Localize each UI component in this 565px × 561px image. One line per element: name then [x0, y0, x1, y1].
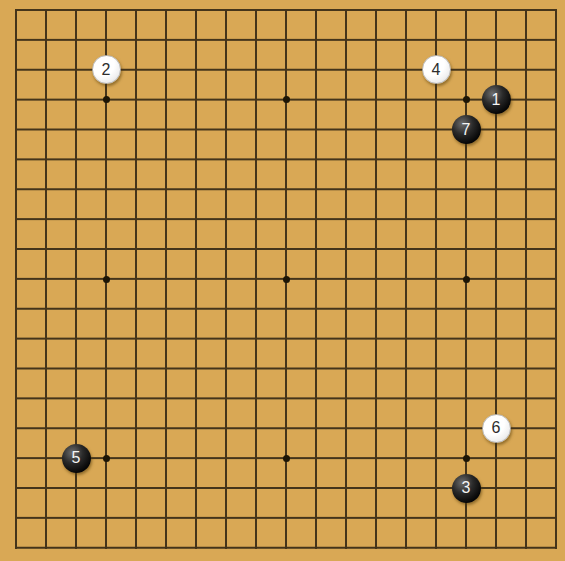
intersection[interactable] — [181, 25, 211, 55]
intersection[interactable] — [1, 264, 31, 294]
intersection[interactable] — [301, 443, 331, 473]
intersection[interactable] — [31, 413, 61, 443]
intersection[interactable] — [1, 324, 31, 354]
intersection[interactable] — [511, 383, 541, 413]
intersection[interactable] — [241, 383, 271, 413]
intersection[interactable] — [421, 115, 451, 145]
intersection[interactable] — [271, 473, 301, 503]
intersection[interactable] — [331, 234, 361, 264]
intersection[interactable] — [121, 25, 151, 55]
intersection[interactable] — [241, 144, 271, 174]
intersection[interactable] — [211, 324, 241, 354]
intersection[interactable] — [301, 324, 331, 354]
intersection[interactable] — [211, 383, 241, 413]
intersection[interactable] — [301, 294, 331, 324]
intersection[interactable] — [391, 503, 421, 533]
intersection[interactable] — [241, 85, 271, 115]
intersection[interactable] — [211, 0, 241, 25]
intersection[interactable] — [421, 174, 451, 204]
intersection[interactable] — [391, 264, 421, 294]
intersection[interactable] — [91, 413, 121, 443]
intersection[interactable] — [151, 55, 181, 85]
intersection[interactable] — [361, 0, 391, 25]
intersection[interactable] — [451, 234, 481, 264]
intersection[interactable] — [301, 503, 331, 533]
intersection[interactable] — [241, 234, 271, 264]
intersection[interactable] — [481, 144, 511, 174]
intersection[interactable] — [121, 85, 151, 115]
intersection[interactable] — [361, 25, 391, 55]
intersection[interactable] — [481, 234, 511, 264]
intersection[interactable]: 2 — [91, 55, 121, 85]
intersection[interactable] — [241, 503, 271, 533]
intersection[interactable] — [541, 383, 565, 413]
intersection[interactable] — [271, 413, 301, 443]
intersection[interactable] — [391, 174, 421, 204]
intersection[interactable] — [31, 0, 61, 25]
intersection[interactable] — [271, 354, 301, 384]
intersection[interactable] — [361, 264, 391, 294]
intersection[interactable] — [361, 503, 391, 533]
intersection[interactable] — [391, 85, 421, 115]
intersection[interactable] — [361, 115, 391, 145]
intersection[interactable] — [151, 85, 181, 115]
intersection[interactable] — [301, 0, 331, 25]
intersection[interactable] — [361, 324, 391, 354]
intersection[interactable] — [541, 503, 565, 533]
intersection[interactable] — [361, 473, 391, 503]
intersection[interactable] — [151, 324, 181, 354]
intersection[interactable]: 1 — [481, 85, 511, 115]
intersection[interactable] — [511, 144, 541, 174]
intersection[interactable] — [481, 473, 511, 503]
intersection[interactable] — [511, 25, 541, 55]
intersection[interactable] — [61, 533, 91, 561]
intersection[interactable] — [481, 294, 511, 324]
intersection[interactable] — [91, 264, 121, 294]
intersection[interactable] — [61, 25, 91, 55]
intersection[interactable] — [151, 413, 181, 443]
intersection[interactable] — [391, 234, 421, 264]
intersection[interactable] — [181, 503, 211, 533]
intersection[interactable] — [151, 234, 181, 264]
intersection[interactable] — [301, 264, 331, 294]
intersection[interactable] — [301, 174, 331, 204]
intersection[interactable] — [151, 354, 181, 384]
intersection[interactable] — [91, 443, 121, 473]
intersection[interactable] — [271, 85, 301, 115]
intersection[interactable] — [211, 115, 241, 145]
intersection[interactable] — [31, 294, 61, 324]
intersection[interactable] — [511, 115, 541, 145]
intersection[interactable] — [271, 533, 301, 561]
intersection[interactable] — [121, 0, 151, 25]
intersection[interactable] — [121, 144, 151, 174]
intersection[interactable] — [1, 383, 31, 413]
intersection[interactable] — [511, 85, 541, 115]
intersection[interactable] — [121, 533, 151, 561]
intersection[interactable] — [511, 174, 541, 204]
intersection[interactable] — [91, 174, 121, 204]
intersection[interactable] — [181, 413, 211, 443]
intersection[interactable] — [241, 443, 271, 473]
intersection[interactable] — [481, 174, 511, 204]
intersection[interactable] — [211, 25, 241, 55]
intersection[interactable] — [241, 0, 271, 25]
intersection[interactable] — [271, 234, 301, 264]
intersection[interactable] — [421, 533, 451, 561]
intersection[interactable] — [361, 443, 391, 473]
intersection[interactable] — [331, 174, 361, 204]
intersection[interactable] — [241, 294, 271, 324]
intersection[interactable] — [391, 443, 421, 473]
intersection[interactable] — [541, 204, 565, 234]
intersection[interactable] — [331, 25, 361, 55]
intersection[interactable] — [1, 503, 31, 533]
intersection[interactable] — [331, 264, 361, 294]
intersection[interactable] — [241, 174, 271, 204]
intersection[interactable] — [271, 0, 301, 25]
intersection[interactable] — [121, 383, 151, 413]
intersection[interactable] — [301, 115, 331, 145]
intersection[interactable] — [31, 234, 61, 264]
intersection[interactable] — [541, 473, 565, 503]
intersection[interactable] — [241, 264, 271, 294]
intersection[interactable] — [61, 85, 91, 115]
intersection[interactable] — [31, 174, 61, 204]
intersection[interactable] — [451, 174, 481, 204]
intersection[interactable] — [451, 25, 481, 55]
intersection[interactable] — [301, 533, 331, 561]
intersection[interactable] — [331, 503, 361, 533]
intersection[interactable] — [331, 443, 361, 473]
intersection[interactable] — [331, 115, 361, 145]
intersection[interactable] — [361, 234, 391, 264]
intersection[interactable] — [331, 55, 361, 85]
intersection[interactable] — [271, 383, 301, 413]
intersection[interactable] — [391, 55, 421, 85]
intersection[interactable] — [31, 324, 61, 354]
intersection[interactable] — [421, 413, 451, 443]
intersection[interactable] — [541, 85, 565, 115]
intersection[interactable] — [91, 25, 121, 55]
intersection[interactable] — [271, 443, 301, 473]
intersection[interactable] — [451, 204, 481, 234]
intersection[interactable] — [511, 324, 541, 354]
intersection[interactable] — [1, 234, 31, 264]
intersection[interactable] — [271, 204, 301, 234]
intersection[interactable] — [511, 473, 541, 503]
intersection[interactable] — [361, 55, 391, 85]
intersection[interactable] — [91, 115, 121, 145]
intersection[interactable] — [271, 264, 301, 294]
intersection[interactable] — [301, 354, 331, 384]
intersection[interactable] — [241, 413, 271, 443]
intersection[interactable] — [421, 503, 451, 533]
intersection[interactable] — [151, 115, 181, 145]
intersection[interactable]: 4 — [421, 55, 451, 85]
intersection[interactable] — [511, 264, 541, 294]
intersection[interactable] — [301, 204, 331, 234]
intersection[interactable] — [211, 443, 241, 473]
intersection[interactable] — [241, 55, 271, 85]
intersection[interactable] — [211, 294, 241, 324]
intersection[interactable] — [271, 294, 301, 324]
intersection[interactable] — [541, 25, 565, 55]
intersection[interactable] — [391, 115, 421, 145]
intersection[interactable] — [361, 294, 391, 324]
intersection[interactable] — [181, 294, 211, 324]
intersection[interactable] — [1, 413, 31, 443]
intersection[interactable] — [391, 354, 421, 384]
intersection[interactable] — [31, 85, 61, 115]
intersection[interactable] — [511, 204, 541, 234]
intersection[interactable] — [331, 354, 361, 384]
intersection[interactable] — [391, 473, 421, 503]
intersection[interactable] — [211, 533, 241, 561]
intersection[interactable] — [421, 473, 451, 503]
intersection[interactable] — [301, 383, 331, 413]
intersection[interactable] — [541, 294, 565, 324]
intersection[interactable] — [451, 413, 481, 443]
intersection[interactable] — [61, 0, 91, 25]
intersection[interactable] — [181, 55, 211, 85]
intersection[interactable] — [301, 413, 331, 443]
intersection[interactable] — [511, 0, 541, 25]
intersection[interactable] — [241, 473, 271, 503]
intersection[interactable] — [121, 174, 151, 204]
intersection[interactable] — [31, 354, 61, 384]
intersection[interactable] — [151, 383, 181, 413]
intersection[interactable] — [151, 25, 181, 55]
intersection[interactable] — [541, 324, 565, 354]
intersection[interactable] — [1, 204, 31, 234]
intersection[interactable] — [421, 324, 451, 354]
intersection[interactable] — [181, 204, 211, 234]
intersection[interactable] — [181, 533, 211, 561]
intersection[interactable] — [91, 354, 121, 384]
intersection[interactable] — [211, 413, 241, 443]
intersection[interactable] — [121, 115, 151, 145]
intersection[interactable] — [481, 115, 511, 145]
intersection[interactable] — [181, 473, 211, 503]
intersection[interactable] — [1, 473, 31, 503]
intersection[interactable] — [451, 264, 481, 294]
intersection[interactable] — [181, 354, 211, 384]
intersection[interactable] — [61, 473, 91, 503]
intersection[interactable] — [451, 324, 481, 354]
intersection[interactable] — [211, 264, 241, 294]
intersection[interactable] — [61, 413, 91, 443]
board-intersections[interactable]: 2417653 — [1, 0, 565, 561]
intersection[interactable] — [361, 144, 391, 174]
intersection[interactable] — [181, 443, 211, 473]
intersection[interactable] — [331, 533, 361, 561]
intersection[interactable] — [1, 443, 31, 473]
intersection[interactable] — [1, 174, 31, 204]
intersection[interactable] — [421, 204, 451, 234]
intersection[interactable] — [511, 533, 541, 561]
intersection[interactable] — [541, 354, 565, 384]
intersection[interactable] — [31, 473, 61, 503]
intersection[interactable] — [451, 443, 481, 473]
intersection[interactable] — [1, 55, 31, 85]
intersection[interactable] — [481, 354, 511, 384]
intersection[interactable] — [241, 324, 271, 354]
intersection[interactable] — [91, 204, 121, 234]
intersection[interactable] — [481, 443, 511, 473]
intersection[interactable] — [271, 503, 301, 533]
intersection[interactable] — [481, 0, 511, 25]
intersection[interactable] — [451, 383, 481, 413]
intersection[interactable] — [271, 25, 301, 55]
intersection[interactable] — [451, 85, 481, 115]
intersection[interactable] — [211, 204, 241, 234]
intersection[interactable] — [271, 174, 301, 204]
intersection[interactable] — [1, 144, 31, 174]
intersection[interactable] — [541, 174, 565, 204]
intersection[interactable] — [151, 0, 181, 25]
intersection[interactable] — [121, 503, 151, 533]
intersection[interactable] — [211, 85, 241, 115]
intersection[interactable] — [241, 533, 271, 561]
intersection[interactable] — [241, 25, 271, 55]
intersection[interactable] — [61, 354, 91, 384]
intersection[interactable] — [391, 204, 421, 234]
intersection[interactable]: 3 — [451, 473, 481, 503]
intersection[interactable] — [31, 204, 61, 234]
intersection[interactable] — [151, 294, 181, 324]
intersection[interactable] — [121, 294, 151, 324]
intersection[interactable] — [1, 25, 31, 55]
intersection[interactable] — [331, 144, 361, 174]
intersection[interactable] — [91, 294, 121, 324]
intersection[interactable] — [241, 115, 271, 145]
intersection[interactable] — [481, 383, 511, 413]
intersection[interactable] — [421, 144, 451, 174]
intersection[interactable]: 7 — [451, 115, 481, 145]
intersection[interactable] — [1, 0, 31, 25]
intersection[interactable] — [211, 144, 241, 174]
intersection[interactable] — [241, 354, 271, 384]
intersection[interactable] — [361, 383, 391, 413]
intersection[interactable] — [151, 473, 181, 503]
intersection[interactable] — [31, 55, 61, 85]
intersection[interactable] — [121, 234, 151, 264]
intersection[interactable] — [31, 144, 61, 174]
intersection[interactable] — [211, 473, 241, 503]
intersection[interactable] — [361, 174, 391, 204]
intersection[interactable] — [481, 55, 511, 85]
intersection[interactable] — [91, 473, 121, 503]
intersection[interactable] — [391, 0, 421, 25]
intersection[interactable] — [181, 115, 211, 145]
intersection[interactable] — [91, 383, 121, 413]
intersection[interactable] — [61, 174, 91, 204]
intersection[interactable] — [181, 0, 211, 25]
intersection[interactable] — [361, 413, 391, 443]
intersection[interactable] — [121, 354, 151, 384]
intersection[interactable] — [541, 0, 565, 25]
intersection[interactable] — [541, 144, 565, 174]
intersection[interactable] — [391, 533, 421, 561]
intersection[interactable] — [181, 144, 211, 174]
intersection[interactable] — [481, 503, 511, 533]
intersection[interactable] — [91, 0, 121, 25]
intersection[interactable] — [181, 264, 211, 294]
intersection[interactable] — [481, 533, 511, 561]
intersection[interactable] — [151, 204, 181, 234]
intersection[interactable] — [151, 503, 181, 533]
intersection[interactable] — [451, 0, 481, 25]
intersection[interactable] — [121, 443, 151, 473]
intersection[interactable] — [421, 354, 451, 384]
intersection[interactable] — [541, 115, 565, 145]
intersection[interactable] — [121, 473, 151, 503]
intersection[interactable] — [181, 174, 211, 204]
intersection[interactable] — [451, 503, 481, 533]
intersection[interactable] — [541, 413, 565, 443]
intersection[interactable] — [361, 354, 391, 384]
intersection[interactable] — [301, 25, 331, 55]
intersection[interactable] — [421, 443, 451, 473]
intersection[interactable] — [181, 234, 211, 264]
intersection[interactable] — [211, 354, 241, 384]
intersection[interactable] — [121, 204, 151, 234]
intersection[interactable] — [91, 503, 121, 533]
intersection[interactable] — [541, 55, 565, 85]
intersection[interactable] — [391, 294, 421, 324]
intersection[interactable] — [271, 55, 301, 85]
intersection[interactable] — [181, 383, 211, 413]
intersection[interactable] — [451, 55, 481, 85]
intersection[interactable]: 5 — [61, 443, 91, 473]
intersection[interactable] — [301, 144, 331, 174]
intersection[interactable] — [31, 264, 61, 294]
intersection[interactable] — [91, 85, 121, 115]
intersection[interactable] — [121, 413, 151, 443]
intersection[interactable] — [121, 324, 151, 354]
intersection[interactable] — [31, 533, 61, 561]
intersection[interactable] — [211, 174, 241, 204]
intersection[interactable] — [541, 234, 565, 264]
intersection[interactable] — [61, 503, 91, 533]
intersection[interactable] — [61, 324, 91, 354]
intersection[interactable] — [361, 204, 391, 234]
intersection[interactable] — [361, 533, 391, 561]
intersection[interactable] — [31, 25, 61, 55]
intersection[interactable] — [331, 383, 361, 413]
intersection[interactable] — [481, 25, 511, 55]
intersection[interactable] — [211, 503, 241, 533]
intersection[interactable] — [451, 294, 481, 324]
intersection[interactable] — [61, 115, 91, 145]
intersection[interactable] — [421, 0, 451, 25]
intersection[interactable] — [31, 383, 61, 413]
intersection[interactable] — [181, 324, 211, 354]
intersection[interactable] — [421, 294, 451, 324]
intersection[interactable] — [331, 413, 361, 443]
intersection[interactable] — [451, 533, 481, 561]
intersection[interactable] — [481, 204, 511, 234]
intersection[interactable] — [511, 234, 541, 264]
intersection[interactable] — [421, 25, 451, 55]
intersection[interactable] — [211, 234, 241, 264]
intersection[interactable] — [481, 264, 511, 294]
intersection[interactable] — [421, 234, 451, 264]
intersection[interactable] — [391, 324, 421, 354]
intersection[interactable] — [181, 85, 211, 115]
